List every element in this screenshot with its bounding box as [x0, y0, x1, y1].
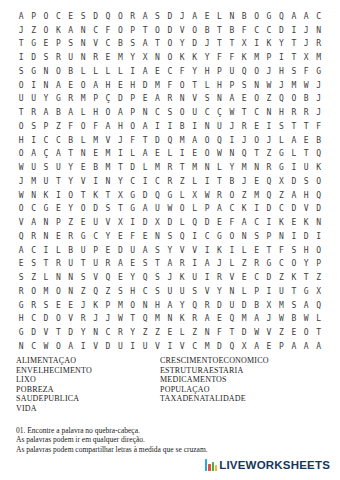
grid-cell-r18c4[interactable]: L: [52, 244, 64, 258]
grid-cell-r24c11[interactable]: Z: [139, 326, 151, 340]
grid-cell-r22c1[interactable]: G: [15, 299, 27, 313]
grid-cell-r13c9[interactable]: Y: [114, 175, 126, 189]
grid-cell-r18c13[interactable]: Y: [164, 244, 176, 258]
grid-cell-r12c2[interactable]: U: [27, 161, 39, 175]
grid-cell-r18c3[interactable]: I: [40, 244, 52, 258]
grid-cell-r2c12[interactable]: O: [151, 24, 163, 38]
grid-cell-r8c20[interactable]: C: [250, 106, 262, 120]
grid-cell-r5c24[interactable]: F: [300, 65, 312, 79]
grid-cell-r24c22[interactable]: Z: [275, 326, 287, 340]
grid-cell-r15c19[interactable]: K: [238, 203, 250, 217]
grid-cell-r1c11[interactable]: A: [139, 10, 151, 24]
word-search-grid[interactable]: APOCESDQORASDJAELNBOGQAACJZOKANCFOPTODVO…: [15, 10, 325, 354]
grid-cell-r19c12[interactable]: T: [151, 258, 163, 272]
grid-cell-r20c23[interactable]: K: [288, 271, 300, 285]
grid-cell-r13c3[interactable]: U: [40, 175, 52, 189]
grid-cell-r11c6[interactable]: N: [77, 148, 89, 162]
grid-cell-r20c2[interactable]: Z: [27, 271, 39, 285]
grid-cell-r15c18[interactable]: C: [226, 203, 238, 217]
grid-cell-r6c23[interactable]: M: [288, 79, 300, 93]
grid-cell-r13c21[interactable]: Q: [263, 175, 275, 189]
grid-cell-r4c23[interactable]: T: [288, 51, 300, 65]
grid-cell-r25c25[interactable]: A: [312, 340, 324, 354]
grid-cell-r15c10[interactable]: G: [127, 203, 139, 217]
grid-cell-r23c16[interactable]: A: [201, 313, 213, 327]
grid-cell-r12c7[interactable]: B: [89, 161, 101, 175]
grid-cell-r8c4[interactable]: B: [52, 106, 64, 120]
grid-cell-r11c23[interactable]: L: [288, 148, 300, 162]
grid-cell-r3c14[interactable]: Y: [176, 38, 188, 52]
grid-cell-r8c21[interactable]: N: [263, 106, 275, 120]
grid-cell-r12c1[interactable]: W: [15, 161, 27, 175]
grid-cell-r20c10[interactable]: Y: [127, 271, 139, 285]
grid-cell-r10c2[interactable]: I: [27, 134, 39, 148]
grid-cell-r6c12[interactable]: M: [151, 79, 163, 93]
grid-cell-r19c18[interactable]: L: [226, 258, 238, 272]
grid-cell-r23c22[interactable]: W: [275, 313, 287, 327]
grid-cell-r16c7[interactable]: U: [89, 216, 101, 230]
grid-cell-r17c23[interactable]: I: [288, 230, 300, 244]
grid-cell-r2c5[interactable]: A: [65, 24, 77, 38]
grid-cell-r4c6[interactable]: N: [77, 51, 89, 65]
grid-cell-r15c4[interactable]: E: [52, 203, 64, 217]
grid-cell-r20c14[interactable]: K: [176, 271, 188, 285]
grid-cell-r20c17[interactable]: R: [213, 271, 225, 285]
grid-cell-r22c11[interactable]: N: [139, 299, 151, 313]
grid-cell-r25c5[interactable]: A: [65, 340, 77, 354]
grid-cell-r2c10[interactable]: P: [127, 24, 139, 38]
grid-cell-r9c5[interactable]: F: [65, 120, 77, 134]
grid-cell-r13c11[interactable]: I: [139, 175, 151, 189]
grid-cell-r15c13[interactable]: W: [164, 203, 176, 217]
grid-cell-r7c3[interactable]: Y: [40, 93, 52, 107]
grid-cell-r10c3[interactable]: C: [40, 134, 52, 148]
grid-cell-r21c24[interactable]: G: [300, 285, 312, 299]
grid-cell-r23c19[interactable]: M: [238, 313, 250, 327]
grid-cell-r19c3[interactable]: T: [40, 258, 52, 272]
grid-cell-r3c12[interactable]: T: [151, 38, 163, 52]
grid-cell-r6c19[interactable]: S: [238, 79, 250, 93]
grid-cell-r24c18[interactable]: T: [226, 326, 238, 340]
grid-cell-r10c18[interactable]: I: [226, 134, 238, 148]
grid-cell-r17c16[interactable]: C: [201, 230, 213, 244]
grid-cell-r19c11[interactable]: S: [139, 258, 151, 272]
grid-cell-r20c15[interactable]: U: [188, 271, 200, 285]
grid-cell-r25c13[interactable]: I: [164, 340, 176, 354]
grid-cell-r4c7[interactable]: R: [89, 51, 101, 65]
grid-cell-r18c5[interactable]: B: [65, 244, 77, 258]
grid-cell-r20c7[interactable]: V: [89, 271, 101, 285]
grid-cell-r2c8[interactable]: F: [102, 24, 114, 38]
grid-cell-r17c11[interactable]: E: [139, 230, 151, 244]
grid-cell-r9c8[interactable]: A: [102, 120, 114, 134]
grid-cell-r16c11[interactable]: D: [139, 216, 151, 230]
grid-cell-r14c9[interactable]: X: [114, 189, 126, 203]
grid-cell-r6c5[interactable]: E: [65, 79, 77, 93]
grid-cell-r2c1[interactable]: J: [15, 24, 27, 38]
grid-cell-r8c14[interactable]: O: [176, 106, 188, 120]
grid-cell-r24c19[interactable]: D: [238, 326, 250, 340]
grid-cell-r11c20[interactable]: T: [250, 148, 262, 162]
grid-cell-r9c4[interactable]: Z: [52, 120, 64, 134]
grid-cell-r5c7[interactable]: L: [89, 65, 101, 79]
grid-cell-r1c3[interactable]: O: [40, 10, 52, 24]
grid-cell-r21c10[interactable]: H: [127, 285, 139, 299]
grid-cell-r9c9[interactable]: H: [114, 120, 126, 134]
grid-cell-r11c8[interactable]: M: [102, 148, 114, 162]
grid-cell-r3c25[interactable]: R: [312, 38, 324, 52]
grid-cell-r7c24[interactable]: B: [300, 93, 312, 107]
grid-cell-r10c23[interactable]: A: [288, 134, 300, 148]
grid-cell-r2c18[interactable]: B: [226, 24, 238, 38]
grid-cell-r22c2[interactable]: R: [27, 299, 39, 313]
grid-cell-r19c20[interactable]: R: [250, 258, 262, 272]
grid-cell-r9c21[interactable]: I: [263, 120, 275, 134]
grid-cell-r11c4[interactable]: A: [52, 148, 64, 162]
grid-cell-r25c3[interactable]: W: [40, 340, 52, 354]
grid-cell-r4c2[interactable]: D: [27, 51, 39, 65]
grid-cell-r9c22[interactable]: S: [275, 120, 287, 134]
grid-cell-r23c12[interactable]: M: [151, 313, 163, 327]
grid-cell-r3c16[interactable]: J: [201, 38, 213, 52]
grid-cell-r13c2[interactable]: M: [27, 175, 39, 189]
grid-cell-r21c18[interactable]: N: [226, 285, 238, 299]
grid-cell-r1c10[interactable]: R: [127, 10, 139, 24]
grid-cell-r2c7[interactable]: C: [89, 24, 101, 38]
grid-cell-r8c11[interactable]: N: [139, 106, 151, 120]
grid-cell-r11c17[interactable]: W: [213, 148, 225, 162]
grid-cell-r24c4[interactable]: T: [52, 326, 64, 340]
grid-cell-r17c17[interactable]: G: [213, 230, 225, 244]
grid-cell-r19c17[interactable]: J: [213, 258, 225, 272]
grid-cell-r16c9[interactable]: X: [114, 216, 126, 230]
grid-cell-r7c10[interactable]: P: [127, 93, 139, 107]
grid-cell-r18c11[interactable]: A: [139, 244, 151, 258]
grid-cell-r4c5[interactable]: U: [65, 51, 77, 65]
grid-cell-r21c12[interactable]: S: [151, 285, 163, 299]
grid-cell-r9c6[interactable]: O: [77, 120, 89, 134]
grid-cell-r5c22[interactable]: H: [275, 65, 287, 79]
grid-cell-r10c9[interactable]: J: [114, 134, 126, 148]
grid-cell-r5c13[interactable]: C: [164, 65, 176, 79]
grid-cell-r16c16[interactable]: D: [201, 216, 213, 230]
grid-cell-r23c6[interactable]: R: [77, 313, 89, 327]
grid-cell-r10c4[interactable]: C: [52, 134, 64, 148]
grid-cell-r8c9[interactable]: A: [114, 106, 126, 120]
grid-cell-r11c13[interactable]: L: [164, 148, 176, 162]
grid-cell-r21c2[interactable]: O: [27, 285, 39, 299]
grid-cell-r9c24[interactable]: T: [300, 120, 312, 134]
grid-cell-r3c8[interactable]: C: [102, 38, 114, 52]
grid-cell-r13c7[interactable]: I: [89, 175, 101, 189]
grid-cell-r12c3[interactable]: S: [40, 161, 52, 175]
grid-cell-r6c14[interactable]: O: [176, 79, 188, 93]
grid-cell-r6c1[interactable]: O: [15, 79, 27, 93]
grid-cell-r18c10[interactable]: U: [127, 244, 139, 258]
grid-cell-r23c21[interactable]: J: [263, 313, 275, 327]
grid-cell-r5c12[interactable]: E: [151, 65, 163, 79]
grid-cell-r24c16[interactable]: N: [201, 326, 213, 340]
grid-cell-r21c9[interactable]: S: [114, 285, 126, 299]
grid-cell-r19c21[interactable]: G: [263, 258, 275, 272]
grid-cell-r11c5[interactable]: T: [65, 148, 77, 162]
grid-cell-r12c22[interactable]: G: [275, 161, 287, 175]
grid-cell-r24c14[interactable]: L: [176, 326, 188, 340]
grid-cell-r6c18[interactable]: P: [226, 79, 238, 93]
grid-cell-r12c25[interactable]: K: [312, 161, 324, 175]
grid-cell-r1c16[interactable]: E: [201, 10, 213, 24]
grid-cell-r15c9[interactable]: T: [114, 203, 126, 217]
grid-cell-r10c20[interactable]: O: [250, 134, 262, 148]
grid-cell-r1c9[interactable]: O: [114, 10, 126, 24]
grid-cell-r21c15[interactable]: S: [188, 285, 200, 299]
grid-cell-r3c18[interactable]: T: [226, 38, 238, 52]
grid-cell-r15c1[interactable]: O: [15, 203, 27, 217]
grid-cell-r14c8[interactable]: T: [102, 189, 114, 203]
grid-cell-r7c19[interactable]: E: [238, 93, 250, 107]
grid-cell-r4c20[interactable]: M: [250, 51, 262, 65]
grid-cell-r6c16[interactable]: L: [201, 79, 213, 93]
grid-cell-r24c3[interactable]: V: [40, 326, 52, 340]
grid-cell-r1c12[interactable]: S: [151, 10, 163, 24]
grid-cell-r3c6[interactable]: N: [77, 38, 89, 52]
grid-cell-r12c15[interactable]: M: [188, 161, 200, 175]
grid-cell-r22c9[interactable]: M: [114, 299, 126, 313]
grid-cell-r7c4[interactable]: G: [52, 93, 64, 107]
grid-cell-r1c24[interactable]: A: [300, 10, 312, 24]
grid-cell-r14c7[interactable]: K: [89, 189, 101, 203]
grid-cell-r18c6[interactable]: U: [77, 244, 89, 258]
grid-cell-r7c8[interactable]: Ç: [102, 93, 114, 107]
grid-cell-r17c24[interactable]: D: [300, 230, 312, 244]
grid-cell-r21c11[interactable]: C: [139, 285, 151, 299]
grid-cell-r24c9[interactable]: R: [114, 326, 126, 340]
grid-cell-r21c19[interactable]: L: [238, 285, 250, 299]
grid-cell-r7c15[interactable]: V: [188, 93, 200, 107]
grid-cell-r6c6[interactable]: O: [77, 79, 89, 93]
grid-cell-r18c19[interactable]: L: [238, 244, 250, 258]
grid-cell-r22c15[interactable]: Q: [188, 299, 200, 313]
grid-cell-r6c17[interactable]: H: [213, 79, 225, 93]
grid-cell-r7c2[interactable]: U: [27, 93, 39, 107]
grid-cell-r23c8[interactable]: J: [102, 313, 114, 327]
grid-cell-r16c25[interactable]: N: [312, 216, 324, 230]
grid-cell-r17c19[interactable]: N: [238, 230, 250, 244]
grid-cell-r17c9[interactable]: E: [114, 230, 126, 244]
grid-cell-r11c22[interactable]: G: [275, 148, 287, 162]
grid-cell-r4c10[interactable]: Y: [127, 51, 139, 65]
grid-cell-r4c3[interactable]: S: [40, 51, 52, 65]
grid-cell-r21c21[interactable]: I: [263, 285, 275, 299]
grid-cell-r15c24[interactable]: V: [300, 203, 312, 217]
grid-cell-r8c18[interactable]: W: [226, 106, 238, 120]
grid-cell-r16c1[interactable]: V: [15, 216, 27, 230]
grid-cell-r4c18[interactable]: F: [226, 51, 238, 65]
grid-cell-r6c21[interactable]: W: [263, 79, 275, 93]
grid-cell-r14c21[interactable]: Q: [263, 189, 275, 203]
grid-cell-r17c25[interactable]: I: [312, 230, 324, 244]
grid-cell-r22c8[interactable]: P: [102, 299, 114, 313]
grid-cell-r12c10[interactable]: D: [127, 161, 139, 175]
grid-cell-r8c10[interactable]: P: [127, 106, 139, 120]
grid-cell-r11c12[interactable]: E: [151, 148, 163, 162]
grid-cell-r15c23[interactable]: D: [288, 203, 300, 217]
grid-cell-r2c25[interactable]: N: [312, 24, 324, 38]
grid-cell-r12c4[interactable]: U: [52, 161, 64, 175]
grid-cell-r16c15[interactable]: Q: [188, 216, 200, 230]
grid-cell-r23c11[interactable]: Q: [139, 313, 151, 327]
grid-cell-r11c25[interactable]: Q: [312, 148, 324, 162]
grid-cell-r7c17[interactable]: N: [213, 93, 225, 107]
grid-cell-r3c3[interactable]: E: [40, 38, 52, 52]
grid-cell-r1c8[interactable]: Q: [102, 10, 114, 24]
grid-cell-r10c24[interactable]: E: [300, 134, 312, 148]
grid-cell-r3c17[interactable]: T: [213, 38, 225, 52]
grid-cell-r11c15[interactable]: E: [188, 148, 200, 162]
grid-cell-r24c12[interactable]: Z: [151, 326, 163, 340]
grid-cell-r24c20[interactable]: W: [250, 326, 262, 340]
grid-cell-r15c16[interactable]: P: [201, 203, 213, 217]
grid-cell-r4c14[interactable]: K: [176, 51, 188, 65]
grid-cell-r16c8[interactable]: V: [102, 216, 114, 230]
grid-cell-r22c6[interactable]: J: [77, 299, 89, 313]
grid-cell-r8c1[interactable]: T: [15, 106, 27, 120]
grid-cell-r17c7[interactable]: C: [89, 230, 101, 244]
grid-cell-r12c6[interactable]: E: [77, 161, 89, 175]
grid-cell-r12c24[interactable]: U: [300, 161, 312, 175]
grid-cell-r25c22[interactable]: P: [275, 340, 287, 354]
grid-cell-r14c22[interactable]: Z: [275, 189, 287, 203]
grid-cell-r8c16[interactable]: C: [201, 106, 213, 120]
grid-cell-r22c25[interactable]: Q: [312, 299, 324, 313]
grid-cell-r11c19[interactable]: Q: [238, 148, 250, 162]
grid-cell-r2c16[interactable]: B: [201, 24, 213, 38]
grid-cell-r25c10[interactable]: I: [127, 340, 139, 354]
grid-cell-r9c3[interactable]: P: [40, 120, 52, 134]
grid-cell-r5c20[interactable]: O: [250, 65, 262, 79]
grid-cell-r10c25[interactable]: B: [312, 134, 324, 148]
grid-cell-r16c10[interactable]: I: [127, 216, 139, 230]
grid-cell-r5c23[interactable]: S: [288, 65, 300, 79]
grid-cell-r3c20[interactable]: I: [250, 38, 262, 52]
grid-cell-r24c2[interactable]: D: [27, 326, 39, 340]
grid-cell-r17c14[interactable]: Q: [176, 230, 188, 244]
grid-cell-r13c23[interactable]: D: [288, 175, 300, 189]
grid-cell-r25c18[interactable]: Q: [226, 340, 238, 354]
grid-cell-r2c11[interactable]: T: [139, 24, 151, 38]
grid-cell-r10c8[interactable]: V: [102, 134, 114, 148]
grid-cell-r4c17[interactable]: F: [213, 51, 225, 65]
grid-cell-r13c8[interactable]: N: [102, 175, 114, 189]
grid-cell-r20c9[interactable]: E: [114, 271, 126, 285]
grid-cell-r19c14[interactable]: R: [176, 258, 188, 272]
grid-cell-r20c11[interactable]: Q: [139, 271, 151, 285]
grid-cell-r15c14[interactable]: O: [176, 203, 188, 217]
grid-cell-r15c15[interactable]: L: [188, 203, 200, 217]
grid-cell-r11c18[interactable]: N: [226, 148, 238, 162]
grid-cell-r25c21[interactable]: E: [263, 340, 275, 354]
grid-cell-r7c14[interactable]: N: [176, 93, 188, 107]
grid-cell-r9c18[interactable]: J: [226, 120, 238, 134]
grid-cell-r20c18[interactable]: V: [226, 271, 238, 285]
grid-cell-r14c10[interactable]: G: [127, 189, 139, 203]
grid-cell-r8c12[interactable]: C: [151, 106, 163, 120]
grid-cell-r18c17[interactable]: K: [213, 244, 225, 258]
grid-cell-r6c2[interactable]: I: [27, 79, 39, 93]
grid-cell-r13c18[interactable]: B: [226, 175, 238, 189]
grid-cell-r13c13[interactable]: R: [164, 175, 176, 189]
grid-cell-r11c9[interactable]: I: [114, 148, 126, 162]
grid-cell-r21c23[interactable]: T: [288, 285, 300, 299]
grid-cell-r14c13[interactable]: G: [164, 189, 176, 203]
grid-cell-r19c8[interactable]: R: [102, 258, 114, 272]
grid-cell-r12c11[interactable]: L: [139, 161, 151, 175]
grid-cell-r19c22[interactable]: C: [275, 258, 287, 272]
grid-cell-r12c14[interactable]: T: [176, 161, 188, 175]
grid-cell-r10c11[interactable]: T: [139, 134, 151, 148]
grid-cell-r13c14[interactable]: Z: [176, 175, 188, 189]
grid-cell-r10c13[interactable]: Q: [164, 134, 176, 148]
grid-cell-r17c1[interactable]: Q: [15, 230, 27, 244]
grid-cell-r22c22[interactable]: M: [275, 299, 287, 313]
grid-cell-r2c23[interactable]: I: [288, 24, 300, 38]
grid-cell-r5c10[interactable]: I: [127, 65, 139, 79]
grid-cell-r21c17[interactable]: Y: [213, 285, 225, 299]
grid-cell-r17c15[interactable]: I: [188, 230, 200, 244]
grid-cell-r17c4[interactable]: E: [52, 230, 64, 244]
grid-cell-r19c19[interactable]: Z: [238, 258, 250, 272]
grid-cell-r15c17[interactable]: A: [213, 203, 225, 217]
grid-cell-r7c9[interactable]: D: [114, 93, 126, 107]
grid-cell-r15c6[interactable]: O: [77, 203, 89, 217]
grid-cell-r5c14[interactable]: F: [176, 65, 188, 79]
grid-cell-r24c6[interactable]: Y: [77, 326, 89, 340]
grid-cell-r23c13[interactable]: N: [164, 313, 176, 327]
grid-cell-r9c11[interactable]: A: [139, 120, 151, 134]
grid-cell-r7c12[interactable]: A: [151, 93, 163, 107]
grid-cell-r3c24[interactable]: J: [300, 38, 312, 52]
grid-cell-r20c25[interactable]: Z: [312, 271, 324, 285]
grid-cell-r14c2[interactable]: N: [27, 189, 39, 203]
grid-cell-r12c20[interactable]: N: [250, 161, 262, 175]
grid-cell-r10c12[interactable]: D: [151, 134, 163, 148]
grid-cell-r25c16[interactable]: M: [201, 340, 213, 354]
grid-cell-r23c25[interactable]: L: [312, 313, 324, 327]
grid-cell-r13c17[interactable]: T: [213, 175, 225, 189]
grid-cell-r24c21[interactable]: V: [263, 326, 275, 340]
grid-cell-r13c10[interactable]: C: [127, 175, 139, 189]
grid-cell-r23c5[interactable]: V: [65, 313, 77, 327]
grid-cell-r3c22[interactable]: Y: [275, 38, 287, 52]
grid-cell-r24c17[interactable]: F: [213, 326, 225, 340]
grid-cell-r3c13[interactable]: O: [164, 38, 176, 52]
grid-cell-r6c25[interactable]: J: [312, 79, 324, 93]
grid-cell-r10c7[interactable]: M: [89, 134, 101, 148]
grid-cell-r7c11[interactable]: E: [139, 93, 151, 107]
grid-cell-r22c18[interactable]: U: [226, 299, 238, 313]
grid-cell-r22c3[interactable]: S: [40, 299, 52, 313]
grid-cell-r23c23[interactable]: B: [288, 313, 300, 327]
grid-cell-r22c16[interactable]: R: [201, 299, 213, 313]
grid-cell-r12c13[interactable]: R: [164, 161, 176, 175]
grid-cell-r17c21[interactable]: P: [263, 230, 275, 244]
grid-cell-r23c15[interactable]: R: [188, 313, 200, 327]
grid-cell-r9c16[interactable]: N: [201, 120, 213, 134]
grid-cell-r6c9[interactable]: E: [114, 79, 126, 93]
grid-cell-r2c15[interactable]: O: [188, 24, 200, 38]
grid-cell-r6c8[interactable]: H: [102, 79, 114, 93]
grid-cell-r24c25[interactable]: T: [312, 326, 324, 340]
